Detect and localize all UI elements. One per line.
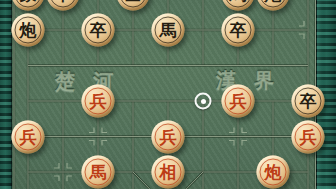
piece-black-horse[interactable]: 馬 — [152, 14, 185, 47]
piece-character: 兵 — [230, 93, 247, 110]
piece-character: 相 — [160, 164, 177, 181]
piece-character: 兵 — [90, 93, 107, 110]
piece-black-soldier[interactable]: 卒 — [82, 14, 115, 47]
piece-black-soldier[interactable]: 卒 — [222, 14, 255, 47]
piece-red-soldier[interactable]: 兵 — [82, 85, 115, 118]
piece-character: 卒 — [300, 93, 317, 110]
piece-character: 馬 — [90, 164, 107, 181]
piece-character: 兵 — [160, 128, 177, 145]
piece-red-horse[interactable]: 馬 — [82, 156, 115, 189]
piece-character: 兵 — [300, 128, 317, 145]
piece-character: 卒 — [90, 22, 107, 39]
xiangqi-board: 楚河 漢界 象車士馬炮炮卒馬卒兵兵卒兵兵兵馬相炮 — [0, 0, 336, 189]
piece-red-soldier[interactable]: 兵 — [152, 120, 185, 153]
piece-character: 車 — [55, 0, 72, 3]
piece-character: 炮 — [20, 22, 37, 39]
piece-character: 兵 — [20, 128, 37, 145]
piece-character: 士 — [125, 0, 142, 3]
board-border-left — [0, 0, 12, 189]
piece-red-soldier[interactable]: 兵 — [292, 120, 325, 153]
piece-red-cannon[interactable]: 炮 — [257, 156, 290, 189]
move-indicator[interactable] — [195, 93, 212, 110]
piece-character: 炮 — [265, 0, 282, 3]
piece-red-soldier[interactable]: 兵 — [222, 85, 255, 118]
piece-black-soldier[interactable]: 卒 — [292, 85, 325, 118]
piece-red-soldier[interactable]: 兵 — [12, 120, 45, 153]
piece-character: 炮 — [265, 164, 282, 181]
piece-black-cannon[interactable]: 炮 — [12, 14, 45, 47]
piece-character: 馬 — [160, 22, 177, 39]
piece-red-elephant[interactable]: 相 — [152, 156, 185, 189]
piece-character: 馬 — [230, 0, 247, 3]
piece-character: 象 — [20, 0, 37, 3]
piece-character: 卒 — [230, 22, 247, 39]
